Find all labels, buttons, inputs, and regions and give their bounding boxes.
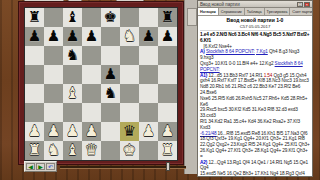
- black-bishop-icon[interactable]: ♝: [63, 8, 82, 27]
- notation-line[interactable]: A) Stockfish 8 64 POPCNT: 7.Kg1 Qh4 8.g3…: [200, 49, 310, 61]
- square-f1[interactable]: ♚: [120, 141, 139, 160]
- move-token[interactable]: Rf1 34.Kd2 Ra1 35.c4+ Kd4 36.Ke2 Rxa2+ 3…: [200, 119, 301, 130]
- tab-Счет партии[interactable]: Счет партии: [290, 8, 312, 16]
- black-king-icon[interactable]: ♚: [101, 8, 120, 27]
- square-g4[interactable]: [139, 84, 158, 103]
- notation-line[interactable]: 15.exd5 Ne5 16.Qe2 Bh3+ 17.Kh1 Ng4 18.Rg…: [200, 171, 310, 176]
- square-e4[interactable]: ♞: [101, 84, 120, 103]
- square-f8[interactable]: [120, 8, 139, 27]
- square-e3[interactable]: [101, 103, 120, 122]
- position-slider-handle[interactable]: [166, 162, 170, 171]
- white-bishop-icon[interactable]: ♝: [63, 84, 82, 103]
- square-e6[interactable]: [101, 46, 120, 65]
- square-f3[interactable]: [120, 103, 139, 122]
- square-c4[interactable]: ♝: [63, 84, 82, 103]
- square-c2[interactable]: ♟: [63, 122, 82, 141]
- move-token[interactable]: POPCNT:: [200, 67, 220, 72]
- notation-panel: Ввод новой партии □ × НотацияСправочникТ…: [197, 0, 313, 177]
- square-d4[interactable]: [82, 84, 101, 103]
- close-icon[interactable]: ×: [304, 2, 310, 7]
- notation-line[interactable]: Nxe6 25.Rf5 Kd6 26.Rxh5 Nc5 27.Rh6+ Kd5 …: [200, 96, 310, 108]
- square-c3[interactable]: [63, 103, 82, 122]
- board-window-edge: [184, 0, 197, 174]
- black-pawn-icon[interactable]: ♟: [44, 27, 63, 46]
- desktop: ♜♝♚♜♟♟♟♟♞♟♟♞♟♝♞♟♟♟♟♛♟♟♜♞♝♛♚♜ ◀ ▶ ↶ Ввод …: [0, 0, 320, 180]
- white-rook-icon[interactable]: ♜: [25, 141, 44, 160]
- square-a5[interactable]: [25, 65, 44, 84]
- move-token[interactable]: 12...Qg4 13.Rg1 Qf4 14.Qe1 / 14.Rf1 Ng5 …: [200, 160, 309, 171]
- square-g6[interactable]: [139, 46, 158, 65]
- square-d6[interactable]: [82, 46, 101, 65]
- square-d7[interactable]: ♟: [82, 27, 101, 46]
- black-rook-icon[interactable]: ♜: [25, 8, 44, 27]
- white-knight-icon[interactable]: ♞: [120, 27, 139, 46]
- square-b6[interactable]: [44, 46, 63, 65]
- move-token[interactable]: Stockfish 8 64: [275, 61, 303, 66]
- square-g8[interactable]: [139, 8, 158, 27]
- square-c5[interactable]: [63, 65, 82, 84]
- square-g5[interactable]: [139, 65, 158, 84]
- square-g3[interactable]: [139, 103, 158, 122]
- tab-Нотация[interactable]: Нотация: [198, 8, 219, 16]
- square-d5[interactable]: [82, 65, 101, 84]
- square-h1[interactable]: ♜: [158, 141, 177, 160]
- square-b5[interactable]: [44, 65, 63, 84]
- white-pawn-icon[interactable]: ♟: [82, 122, 101, 141]
- forward-button[interactable]: ▶: [36, 163, 45, 170]
- move-token[interactable]: 6.Kf1: [200, 38, 211, 43]
- white-pawn-icon[interactable]: ♟: [44, 122, 63, 141]
- black-rook-icon[interactable]: ♜: [158, 8, 177, 27]
- square-a6[interactable]: [25, 46, 44, 65]
- black-pawn-icon[interactable]: ♟: [139, 27, 158, 46]
- square-b3[interactable]: [44, 103, 63, 122]
- square-a7[interactable]: ♟: [25, 27, 44, 46]
- black-pawn-icon[interactable]: ♟: [63, 27, 82, 46]
- square-g2[interactable]: ♟: [139, 122, 158, 141]
- tab-Таблица[interactable]: Таблица: [245, 8, 265, 16]
- square-e2[interactable]: [101, 122, 120, 141]
- notation-line[interactable]: 29.Rxc5 bxc5 30.Kf2 Kd5 31.Ke3 Rf8 32.d3…: [200, 107, 310, 119]
- notation-line[interactable]: 1.e4 e5 2.Nf3 Nc6 3.Bc4 Nf6 4.Ng5 Bc5 5.…: [200, 32, 310, 38]
- square-e5[interactable]: ♟: [101, 65, 120, 84]
- square-c7[interactable]: ♟: [63, 27, 82, 46]
- black-pawn-icon[interactable]: ♟: [101, 65, 120, 84]
- square-h2[interactable]: ♟: [158, 122, 177, 141]
- square-b8[interactable]: [44, 8, 63, 27]
- square-h5[interactable]: [158, 65, 177, 84]
- square-b2[interactable]: ♟: [44, 122, 63, 141]
- move-token[interactable]: Qg3 g5 15.Qxh4: [272, 73, 306, 78]
- notation-line[interactable]: A2) 12...Qg4 13.Rg1 Qf4 14.Qe1 / 14.Rf1 …: [200, 160, 310, 172]
- move-token[interactable]: 15.exd5 Ne5 16.Qe2 Bh3+ 17.Kh1 Ng4 18.Rg…: [200, 171, 306, 176]
- panel-titlebar[interactable]: Ввод новой партии □ ×: [198, 1, 312, 8]
- move-token[interactable]: 26.Kg1 Qg4+ 27.Kf1 Qh3+ 28.Kg1 Qg4+ 29.K…: [200, 148, 309, 159]
- square-h6[interactable]: [158, 46, 177, 65]
- tab-Справочник[interactable]: Справочник: [219, 8, 245, 16]
- square-b7[interactable]: ♟: [44, 27, 63, 46]
- square-f4[interactable]: [120, 84, 139, 103]
- game-header-eco-date: C57 05.05.2017: [200, 24, 310, 32]
- square-b4[interactable]: [44, 84, 63, 103]
- square-h3[interactable]: [158, 103, 177, 122]
- white-king-icon[interactable]: ♚: [120, 141, 139, 160]
- black-pawn-icon[interactable]: ♟: [25, 27, 44, 46]
- square-e8[interactable]: ♚: [101, 8, 120, 27]
- notation-line[interactable]: Nd8 20.Rb1 b6 21.Rb2 c6 22.Bb3 Ke7 23.Rf…: [200, 84, 310, 96]
- tab-Тренировка[interactable]: Тренировка: [265, 8, 291, 16]
- square-c8[interactable]: ♝: [63, 8, 82, 27]
- move-token[interactable]: 18.Qf3 Qxf3+ 19.Kg1 Qg4+ 20.Kf1 Qh3+ 21.…: [200, 136, 305, 141]
- white-pawn-icon[interactable]: ♟: [158, 122, 177, 141]
- move-token[interactable]: Qxg3+ 10.Kf1 0-0 11.Bf4 e4+ 12.Kg2: [200, 61, 275, 66]
- square-e7[interactable]: [101, 27, 120, 46]
- chess-board[interactable]: ♜♝♚♜♟♟♟♟♞♟♟♞♟♝♞♟♟♟♟♛♟♟♜♞♝♛♚♜: [24, 7, 178, 161]
- back-button[interactable]: ◀: [26, 163, 35, 170]
- notation-lines: 1.e4 e5 2.Nf3 Nc6 3.Bc4 Nf6 4.Ng5 Bc5 5.…: [200, 32, 310, 176]
- square-h7[interactable]: ♟: [158, 27, 177, 46]
- square-f7[interactable]: ♞: [120, 27, 139, 46]
- square-h8[interactable]: ♜: [158, 8, 177, 27]
- square-a8[interactable]: ♜: [25, 8, 44, 27]
- move-token[interactable]: 22.Qg2 Qxg2+ 23.Kxg2 Rf5 24.Kg1 Qg4+ 25.…: [200, 142, 310, 147]
- square-g7[interactable]: ♟: [139, 27, 158, 46]
- white-pawn-icon[interactable]: ♟: [63, 122, 82, 141]
- move-token[interactable]: Nxe6 25.Rf5 Kd6 26.Rxh5 Nc5 27.Rh6+ Kd5 …: [200, 96, 309, 107]
- panel-tabs: НотацияСправочникТаблицаТренировкаСчет п…: [198, 8, 312, 16]
- panel-title: Ввод новой партии: [200, 2, 240, 7]
- move-token[interactable]: 29.Rxc5 bxc5 30.Kf2 Kd5 31.Ke3 Rf8 32.d3…: [200, 107, 299, 118]
- move-token[interactable]: 16...Rf8 15.exd5 Re8 16.Kh1 Bf5 17.Na3 Q…: [216, 131, 307, 136]
- move-token[interactable]: -6.21/48: [200, 131, 216, 136]
- square-h4[interactable]: [158, 84, 177, 103]
- white-pawn-icon[interactable]: ♟: [139, 122, 158, 141]
- square-c1[interactable]: ♝: [63, 141, 82, 160]
- window-edge-nub: [187, 8, 197, 26]
- square-d2[interactable]: ♟: [82, 122, 101, 141]
- move-token[interactable]: [6.Kxf2 Nxe4+: [200, 44, 232, 49]
- square-f5[interactable]: [120, 65, 139, 84]
- square-a3[interactable]: [25, 103, 44, 122]
- square-b1[interactable]: ♞: [44, 141, 63, 160]
- square-a4[interactable]: [25, 84, 44, 103]
- white-queen-icon[interactable]: ♛: [82, 141, 101, 160]
- black-queen-icon[interactable]: ♛: [120, 122, 139, 141]
- square-f2[interactable]: ♛: [120, 122, 139, 141]
- square-f6[interactable]: [120, 46, 139, 65]
- square-g1[interactable]: [139, 141, 158, 160]
- notation-line[interactable]: Rf1 34.Kd2 Ra1 35.c4+ Kd4 36.Ke2 Rxa2+ 3…: [200, 119, 310, 131]
- move-token[interactable]: Stockfish 8 64 POPCNT:: [206, 49, 255, 54]
- white-bishop-icon[interactable]: ♝: [63, 141, 82, 160]
- move-token[interactable]: gxh4 16.Rxf7 Kxf7 17.Bxd5+ Kf8 18.Nc3 Nx…: [200, 78, 309, 83]
- white-rook-icon[interactable]: ♜: [158, 141, 177, 160]
- square-a1[interactable]: ♜: [25, 141, 44, 160]
- black-pawn-icon[interactable]: ♟: [82, 27, 101, 46]
- move-token[interactable]: Nd8 20.Rb1 b6 21.Rb2 c6 22.Bb3 Ke7 23.Rf…: [200, 84, 301, 95]
- square-d8[interactable]: [82, 8, 101, 27]
- white-knight-icon[interactable]: ♞: [44, 141, 63, 160]
- square-d1[interactable]: ♛: [82, 141, 101, 160]
- notation-line[interactable]: 26.Kg1 Qg4+ 27.Kf1 Qh3+ 28.Kg1 Qg4+ 29.K…: [200, 148, 310, 160]
- restore-icon[interactable]: □: [297, 2, 303, 7]
- black-pawn-icon[interactable]: ♟: [158, 27, 177, 46]
- move-nav-group: ◀ ▶ ↶: [24, 161, 57, 172]
- notation-area[interactable]: Ввод новой партии 1-0 C57 05.05.2017 1.e…: [198, 16, 312, 176]
- square-e1[interactable]: [101, 141, 120, 160]
- move-token[interactable]: 12...d5 13.Bb3 Rxf7 14.Rf1: [208, 73, 263, 78]
- move-token[interactable]: 1.e4 e5 2.Nf3 Nc6 3.Bc4 Nf6 4.Ng5 Bc5 5.…: [200, 32, 310, 37]
- square-a2[interactable]: ♟: [25, 122, 44, 141]
- undo-button[interactable]: ↶: [46, 163, 55, 170]
- move-token[interactable]: 7.Kg1: [256, 49, 268, 54]
- white-pawn-icon[interactable]: ♟: [25, 122, 44, 141]
- square-c6[interactable]: ♞: [63, 46, 82, 65]
- black-knight-icon[interactable]: ♞: [101, 84, 120, 103]
- black-knight-icon[interactable]: ♞: [63, 46, 82, 65]
- square-d3[interactable]: [82, 103, 101, 122]
